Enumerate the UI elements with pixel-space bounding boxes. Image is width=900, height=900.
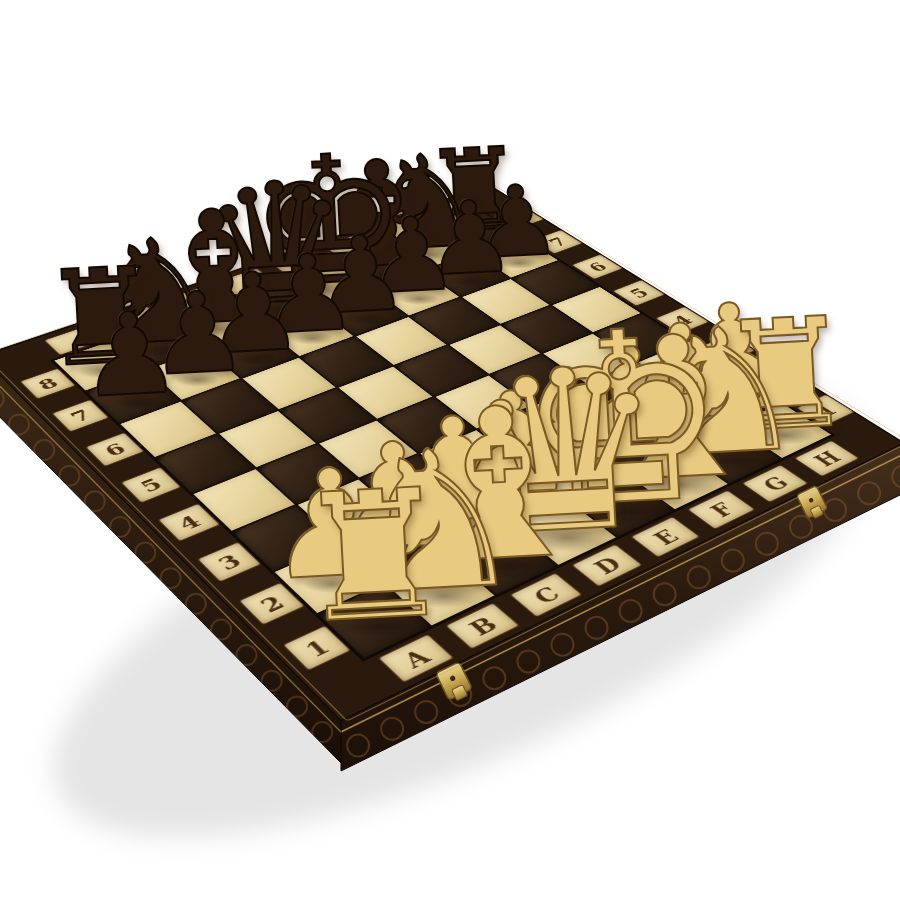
chess-set-photo: 88A77B66C55D44E33F22G11H ♜♞♟♝♟♚♟♛♟♝♟♞♟♜♟… [0,0,900,900]
piece-black-pawn-a7[interactable]: ♟ [76,296,183,414]
piece-white-rook-a1[interactable]: ♜ [291,465,457,648]
